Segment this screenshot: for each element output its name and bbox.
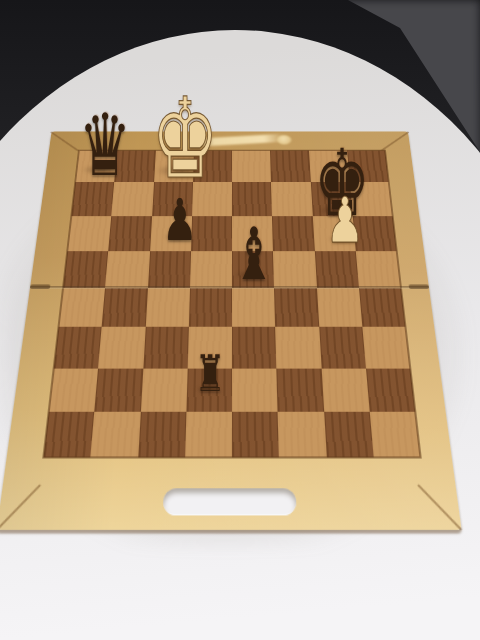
square-e2[interactable] [232,368,278,411]
frame-mitre-top-right [380,131,408,151]
frame-mitre-top-left [51,131,79,151]
frame-mitre-bottom-left [0,484,41,530]
square-a3[interactable] [54,327,102,368]
square-e1[interactable] [232,412,279,458]
square-g4[interactable] [317,288,363,327]
chess-board [0,131,462,529]
square-d5[interactable] [190,251,232,288]
square-b2[interactable] [95,368,143,411]
piece-black-bishop-e5[interactable]: ♝ [232,217,276,289]
square-a5[interactable] [63,251,108,288]
piece-white-king-c8[interactable]: ♚ [151,83,219,194]
square-f3[interactable] [275,327,321,368]
square-a2[interactable] [49,368,99,411]
square-f6[interactable] [272,216,314,251]
piece-black-queen-a8[interactable]: ♛ [79,102,131,188]
frame-mitre-bottom-right [418,484,462,530]
square-g3[interactable] [319,327,366,368]
fold-seam-notch-left [30,284,51,288]
scene-photo: ♛♚♚♟♟♝♜ [0,0,480,640]
square-d4[interactable] [189,288,232,327]
square-h4[interactable] [359,288,406,327]
square-b4[interactable] [102,288,148,327]
square-c4[interactable] [145,288,190,327]
square-f4[interactable] [274,288,319,327]
fold-seam-notch-right [409,284,430,288]
square-d1[interactable] [185,412,232,458]
fold-seam [30,286,429,289]
square-c1[interactable] [138,412,186,458]
square-h1[interactable] [369,412,420,458]
square-c5[interactable] [148,251,191,288]
frame-glare-knob [277,135,292,144]
square-b5[interactable] [105,251,149,288]
square-b3[interactable] [98,327,145,368]
square-f2[interactable] [277,368,324,411]
piece-white-pawn-g6[interactable]: ♟ [326,189,364,252]
square-a1[interactable] [43,412,94,458]
square-h2[interactable] [366,368,416,411]
square-c2[interactable] [140,368,187,411]
square-e8[interactable] [232,150,271,182]
piece-black-pawn-c6[interactable]: ♟ [162,191,197,249]
square-g1[interactable] [324,412,374,458]
square-c3[interactable] [143,327,189,368]
handle-cutout [163,488,297,515]
square-g2[interactable] [321,368,369,411]
square-b6[interactable] [108,216,151,251]
square-e3[interactable] [232,327,277,368]
square-a6[interactable] [67,216,111,251]
square-f8[interactable] [270,150,310,182]
piece-black-rook-d2[interactable]: ♜ [195,349,225,399]
square-a4[interactable] [58,288,105,327]
square-f7[interactable] [271,182,312,215]
square-f5[interactable] [273,251,316,288]
square-f1[interactable] [278,412,326,458]
square-h3[interactable] [362,327,410,368]
square-b1[interactable] [91,412,141,458]
